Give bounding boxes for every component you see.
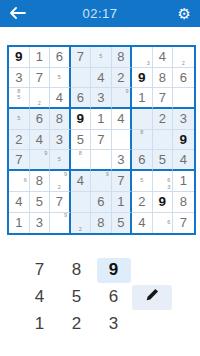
cell-r9c4[interactable]: 2 <box>71 213 92 234</box>
cell-r6c1[interactable]: 7 <box>9 150 30 171</box>
pencil-notes: 8 <box>132 130 152 150</box>
cell-r4c1[interactable]: 5 <box>9 109 30 130</box>
pencil-icon <box>145 288 159 306</box>
cell-r5c3[interactable]: 3 <box>50 130 71 151</box>
pad-digit-8[interactable]: 8 <box>60 258 94 283</box>
cell-r3c4[interactable]: 6 <box>71 88 92 109</box>
pad-digit-9[interactable]: 9 <box>97 258 131 283</box>
cell-r7c1[interactable]: 6 <box>9 171 30 192</box>
cell-r8c8[interactable]: 9 <box>153 192 174 213</box>
pencil-notes: 2 <box>173 47 194 67</box>
cell-r1c2[interactable]: 1 <box>30 47 51 68</box>
board-container: 9167583423754298685246391756891423243578… <box>7 45 200 235</box>
cell-r6c9[interactable]: 4 <box>173 150 194 171</box>
cell-r2c6[interactable]: 2 <box>112 68 133 89</box>
cell-r3c1[interactable]: 85 <box>9 88 30 109</box>
cell-r7c7[interactable]: 5 <box>132 171 153 192</box>
cell-r3c8[interactable]: 7 <box>153 88 174 109</box>
gear-icon[interactable]: ⚙ <box>178 6 191 21</box>
back-button[interactable] <box>9 5 26 23</box>
pencil-notes: 2 <box>71 213 91 234</box>
cell-r3c2[interactable]: 2 <box>30 88 51 109</box>
pencil-notes: 5 <box>91 47 111 67</box>
cell-r6c6[interactable]: 3 <box>112 150 133 171</box>
pencil-notes: 5 <box>50 68 69 88</box>
cell-r5c2[interactable]: 4 <box>30 130 51 151</box>
cell-r9c7[interactable]: 4 <box>132 213 153 234</box>
cell-r8c3[interactable]: 7 <box>50 192 71 213</box>
pad-digit-5[interactable]: 5 <box>60 285 94 310</box>
cell-r9c6[interactable]: 5 <box>112 213 133 234</box>
cell-r5c9[interactable]: 9 <box>173 130 194 151</box>
pencil-notes: 6 <box>153 213 173 234</box>
pencil-notes: 9 <box>50 213 69 234</box>
cell-r7c2[interactable]: 8 <box>30 171 51 192</box>
cell-r9c3[interactable]: 9 <box>50 213 71 234</box>
pencil-notes: 3 <box>132 47 152 67</box>
pad-digit-4[interactable]: 4 <box>23 285 57 310</box>
cell-r3c5[interactable]: 3 <box>91 88 112 109</box>
pencil-notes: 6 <box>9 171 29 191</box>
cell-r2c4[interactable] <box>71 68 92 89</box>
cell-r5c4[interactable]: 5 <box>71 130 92 151</box>
cell-r6c7[interactable]: 6 <box>132 150 153 171</box>
pencil-notes: 9 <box>91 171 111 191</box>
cell-r4c6[interactable]: 4 <box>112 109 133 130</box>
cell-r5c8[interactable] <box>153 130 174 151</box>
cell-r2c7[interactable]: 9 <box>132 68 153 89</box>
cell-r7c4[interactable]: 4 <box>71 171 92 192</box>
cell-r2c9[interactable]: 6 <box>173 68 194 89</box>
pencil-notes: 2 <box>30 88 50 107</box>
cell-r2c3[interactable]: 5 <box>50 68 71 89</box>
cell-r4c9[interactable]: 3 <box>173 109 194 130</box>
back-arrow-icon <box>9 5 26 23</box>
cell-r1c3[interactable]: 6 <box>50 47 71 68</box>
cell-r6c5[interactable] <box>91 150 112 171</box>
cell-r1c9[interactable]: 2 <box>173 47 194 68</box>
cell-r4c4[interactable]: 9 <box>71 109 92 130</box>
sudoku-board: 9167583423754298685246391756891423243578… <box>7 45 196 235</box>
pad-digit-3[interactable]: 3 <box>97 312 131 337</box>
cell-r5c7[interactable]: 8 <box>132 130 153 151</box>
cell-r9c8[interactable]: 6 <box>153 213 174 234</box>
cell-r1c8[interactable]: 4 <box>153 47 174 68</box>
cell-r6c4[interactable]: 8 <box>71 150 92 171</box>
cell-r9c5[interactable]: 8 <box>91 213 112 234</box>
pencil-notes: 8 <box>71 150 91 169</box>
cell-r4c2[interactable]: 6 <box>30 109 51 130</box>
cell-r4c3[interactable]: 8 <box>50 109 71 130</box>
cell-r3c6[interactable]: 9 <box>112 88 133 109</box>
cell-r6c2[interactable]: 9 <box>30 150 51 171</box>
pad-digit-1[interactable]: 1 <box>23 312 57 337</box>
cell-r2c1[interactable]: 3 <box>9 68 30 89</box>
pad-digit-7[interactable]: 7 <box>23 258 57 283</box>
pad-digit-2[interactable]: 2 <box>60 312 94 337</box>
cell-r2c2[interactable]: 7 <box>30 68 51 89</box>
cell-r9c2[interactable]: 3 <box>30 213 51 234</box>
cell-r4c5[interactable]: 1 <box>91 109 112 130</box>
header: 02:17 ⚙ <box>0 0 200 27</box>
cell-r7c3[interactable]: 92 <box>50 171 71 192</box>
cell-r8c1[interactable]: 4 <box>9 192 30 213</box>
cell-r7c9[interactable]: 1 <box>173 171 194 192</box>
pencil-notes: 63 <box>153 171 173 191</box>
cell-r6c3[interactable]: 5 <box>50 150 71 171</box>
cell-r5c1[interactable]: 2 <box>9 130 30 151</box>
pencil-notes: 5 <box>132 171 152 191</box>
pencil-notes: 85 <box>9 88 29 107</box>
cell-r3c7[interactable]: 1 <box>132 88 153 109</box>
cell-r1c6[interactable]: 8 <box>112 47 133 68</box>
pencil-notes: 5 <box>9 109 29 129</box>
cell-r2c8[interactable]: 8 <box>153 68 174 89</box>
cell-r5c5[interactable]: 7 <box>91 130 112 151</box>
cell-r1c7[interactable]: 3 <box>132 47 153 68</box>
cell-r3c9[interactable] <box>173 88 194 109</box>
pencil-notes-button[interactable] <box>132 285 172 310</box>
cell-r1c4[interactable]: 7 <box>71 47 92 68</box>
pencil-notes: 9 <box>112 88 131 107</box>
cell-r9c1[interactable]: 1 <box>9 213 30 234</box>
cell-r2c5[interactable]: 4 <box>91 68 112 89</box>
timer: 02:17 <box>0 6 200 21</box>
cell-r9c9[interactable]: 7 <box>173 213 194 234</box>
cell-r8c6[interactable]: 1 <box>112 192 133 213</box>
cell-r7c5[interactable]: 9 <box>91 171 112 192</box>
cell-r4c7[interactable] <box>132 109 153 130</box>
cell-r1c5[interactable]: 5 <box>91 47 112 68</box>
pad-digit-6[interactable]: 6 <box>97 285 131 310</box>
cell-r1c1[interactable]: 9 <box>9 47 30 68</box>
cell-r8c2[interactable]: 5 <box>30 192 51 213</box>
cell-r5c6[interactable] <box>112 130 133 151</box>
pencil-notes: 5 <box>50 150 69 169</box>
cell-r8c9[interactable]: 8 <box>173 192 194 213</box>
pencil-notes: 9 <box>30 150 50 169</box>
cell-r3c3[interactable]: 4 <box>50 88 71 109</box>
cell-r7c6[interactable]: 7 <box>112 171 133 192</box>
number-pad: 789456123 <box>21 257 200 337</box>
cell-r6c8[interactable]: 5 <box>153 150 174 171</box>
cell-r7c8[interactable]: 63 <box>153 171 174 192</box>
cell-r8c5[interactable]: 6 <box>91 192 112 213</box>
cell-r4c8[interactable]: 2 <box>153 109 174 130</box>
pencil-notes: 92 <box>50 171 69 191</box>
cell-r8c4[interactable] <box>71 192 92 213</box>
cell-r8c7[interactable]: 2 <box>132 192 153 213</box>
